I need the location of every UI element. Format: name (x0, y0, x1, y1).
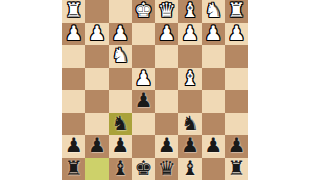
square-d1[interactable]: ♛ (155, 0, 178, 23)
black-pawn[interactable]: ♟ (88, 135, 106, 155)
black-bishop[interactable]: ♝ (111, 158, 129, 178)
square-f1[interactable] (109, 0, 132, 23)
square-f7[interactable]: ♟ (109, 135, 132, 158)
square-e3[interactable] (132, 45, 155, 68)
white-pawn[interactable]: ♟ (158, 23, 176, 43)
square-h5[interactable] (62, 90, 85, 113)
square-g1[interactable] (85, 0, 108, 23)
square-g3[interactable] (85, 45, 108, 68)
white-pawn[interactable]: ♟ (134, 68, 152, 88)
black-pawn[interactable]: ♟ (65, 135, 83, 155)
square-b7[interactable]: ♟ (202, 135, 225, 158)
square-g8[interactable] (85, 158, 108, 181)
square-a3[interactable] (225, 45, 248, 68)
square-a5[interactable] (225, 90, 248, 113)
screenshot-canvas: ♜♚♛♝♞♜♟♟♟♟♟♟♟♞♟♝♟♞♞♟♟♟♟♟♟♟♜♝♚♛♝♜ (0, 0, 320, 180)
square-f8[interactable]: ♝ (109, 158, 132, 181)
black-bishop[interactable]: ♝ (181, 158, 199, 178)
square-d4[interactable] (155, 68, 178, 91)
black-knight[interactable]: ♞ (111, 113, 129, 133)
square-f2[interactable]: ♟ (109, 23, 132, 46)
square-a6[interactable] (225, 113, 248, 136)
white-rook[interactable]: ♜ (227, 0, 245, 20)
square-c6[interactable]: ♞ (178, 113, 201, 136)
black-pawn[interactable]: ♟ (158, 135, 176, 155)
square-d3[interactable] (155, 45, 178, 68)
white-pawn[interactable]: ♟ (204, 23, 222, 43)
square-g7[interactable]: ♟ (85, 135, 108, 158)
white-king[interactable]: ♚ (134, 0, 152, 20)
black-knight[interactable]: ♞ (181, 113, 199, 133)
square-c4[interactable]: ♝ (178, 68, 201, 91)
square-h8[interactable]: ♜ (62, 158, 85, 181)
square-a2[interactable]: ♟ (225, 23, 248, 46)
square-e4[interactable]: ♟ (132, 68, 155, 91)
white-pawn[interactable]: ♟ (227, 23, 245, 43)
square-b4[interactable] (202, 68, 225, 91)
square-e7[interactable] (132, 135, 155, 158)
square-f4[interactable] (109, 68, 132, 91)
square-e2[interactable] (132, 23, 155, 46)
black-queen[interactable]: ♛ (158, 158, 176, 178)
square-d6[interactable] (155, 113, 178, 136)
square-c1[interactable]: ♝ (178, 0, 201, 23)
square-d2[interactable]: ♟ (155, 23, 178, 46)
square-b3[interactable] (202, 45, 225, 68)
white-pawn[interactable]: ♟ (65, 23, 83, 43)
square-c5[interactable] (178, 90, 201, 113)
square-c3[interactable] (178, 45, 201, 68)
square-f5[interactable] (109, 90, 132, 113)
square-e5[interactable]: ♟ (132, 90, 155, 113)
white-knight[interactable]: ♞ (204, 0, 222, 20)
square-b5[interactable] (202, 90, 225, 113)
black-pawn[interactable]: ♟ (227, 135, 245, 155)
black-pawn[interactable]: ♟ (111, 135, 129, 155)
square-g5[interactable] (85, 90, 108, 113)
square-h6[interactable] (62, 113, 85, 136)
square-c7[interactable]: ♟ (178, 135, 201, 158)
black-pawn[interactable]: ♟ (181, 135, 199, 155)
square-a4[interactable] (225, 68, 248, 91)
square-b8[interactable] (202, 158, 225, 181)
square-b1[interactable]: ♞ (202, 0, 225, 23)
black-rook[interactable]: ♜ (227, 158, 245, 178)
square-d8[interactable]: ♛ (155, 158, 178, 181)
black-rook[interactable]: ♜ (65, 158, 83, 178)
square-g4[interactable] (85, 68, 108, 91)
black-pawn[interactable]: ♟ (134, 90, 152, 110)
square-b6[interactable] (202, 113, 225, 136)
white-pawn[interactable]: ♟ (88, 23, 106, 43)
square-a7[interactable]: ♟ (225, 135, 248, 158)
square-c8[interactable]: ♝ (178, 158, 201, 181)
white-rook[interactable]: ♜ (65, 0, 83, 20)
black-pawn[interactable]: ♟ (204, 135, 222, 155)
square-h1[interactable]: ♜ (62, 0, 85, 23)
square-h4[interactable] (62, 68, 85, 91)
square-e1[interactable]: ♚ (132, 0, 155, 23)
white-pawn[interactable]: ♟ (111, 23, 129, 43)
black-king[interactable]: ♚ (134, 158, 152, 178)
square-h3[interactable] (62, 45, 85, 68)
white-bishop[interactable]: ♝ (181, 68, 199, 88)
square-g6[interactable] (85, 113, 108, 136)
white-pawn[interactable]: ♟ (181, 23, 199, 43)
square-a1[interactable]: ♜ (225, 0, 248, 23)
square-d7[interactable]: ♟ (155, 135, 178, 158)
square-d5[interactable] (155, 90, 178, 113)
square-a8[interactable]: ♜ (225, 158, 248, 181)
square-e6[interactable] (132, 113, 155, 136)
square-c2[interactable]: ♟ (178, 23, 201, 46)
white-bishop[interactable]: ♝ (181, 0, 199, 20)
square-f3[interactable]: ♞ (109, 45, 132, 68)
square-h7[interactable]: ♟ (62, 135, 85, 158)
square-g2[interactable]: ♟ (85, 23, 108, 46)
square-h2[interactable]: ♟ (62, 23, 85, 46)
white-knight[interactable]: ♞ (111, 45, 129, 65)
white-queen[interactable]: ♛ (158, 0, 176, 20)
square-b2[interactable]: ♟ (202, 23, 225, 46)
square-e8[interactable]: ♚ (132, 158, 155, 181)
square-f6[interactable]: ♞ (109, 113, 132, 136)
chess-board: ♜♚♛♝♞♜♟♟♟♟♟♟♟♞♟♝♟♞♞♟♟♟♟♟♟♟♜♝♚♛♝♜ (62, 0, 248, 180)
